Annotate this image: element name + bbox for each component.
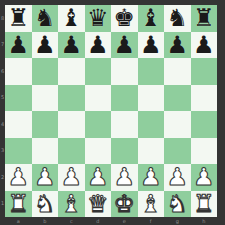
square-b5[interactable] bbox=[32, 85, 59, 112]
piece-white-queen[interactable]: ♛ bbox=[87, 191, 109, 218]
square-f2[interactable]: ♟ bbox=[138, 164, 165, 191]
piece-black-pawn[interactable]: ♟ bbox=[113, 32, 135, 59]
file-label-c: c bbox=[58, 217, 85, 225]
square-b7[interactable]: ♟ bbox=[32, 32, 59, 59]
square-a1[interactable]: ♜ bbox=[5, 191, 32, 218]
chess-board: ♜♞♝♛♚♝♞♜♟♟♟♟♟♟♟♟♟♟♟♟♟♟♟♟♜♞♝♛♚♝♞♜ bbox=[5, 5, 217, 217]
square-c6[interactable] bbox=[58, 58, 85, 85]
file-label-e: e bbox=[111, 217, 138, 225]
square-f1[interactable]: ♝ bbox=[138, 191, 165, 218]
square-b6[interactable] bbox=[32, 58, 59, 85]
square-c2[interactable]: ♟ bbox=[58, 164, 85, 191]
square-e1[interactable]: ♚ bbox=[111, 191, 138, 218]
square-e2[interactable]: ♟ bbox=[111, 164, 138, 191]
square-h4[interactable] bbox=[191, 111, 218, 138]
piece-black-queen[interactable]: ♛ bbox=[87, 5, 109, 32]
square-g3[interactable] bbox=[164, 138, 191, 165]
square-d1[interactable]: ♛ bbox=[85, 191, 112, 218]
file-label-a: a bbox=[5, 217, 32, 225]
square-d6[interactable] bbox=[85, 58, 112, 85]
square-d3[interactable] bbox=[85, 138, 112, 165]
square-c5[interactable] bbox=[58, 85, 85, 112]
square-e5[interactable] bbox=[111, 85, 138, 112]
piece-white-pawn[interactable]: ♟ bbox=[166, 164, 188, 191]
square-d4[interactable] bbox=[85, 111, 112, 138]
piece-white-pawn[interactable]: ♟ bbox=[87, 164, 109, 191]
piece-white-rook[interactable]: ♜ bbox=[7, 191, 29, 218]
piece-black-bishop[interactable]: ♝ bbox=[140, 5, 162, 32]
piece-white-pawn[interactable]: ♟ bbox=[34, 164, 56, 191]
piece-black-pawn[interactable]: ♟ bbox=[193, 32, 215, 59]
square-d2[interactable]: ♟ bbox=[85, 164, 112, 191]
piece-black-pawn[interactable]: ♟ bbox=[60, 32, 82, 59]
square-h8[interactable]: ♜ bbox=[191, 5, 218, 32]
piece-black-pawn[interactable]: ♟ bbox=[7, 32, 29, 59]
square-c4[interactable] bbox=[58, 111, 85, 138]
square-f4[interactable] bbox=[138, 111, 165, 138]
rank-label-7: 7 bbox=[0, 32, 5, 59]
piece-white-pawn[interactable]: ♟ bbox=[60, 164, 82, 191]
file-label-g: g bbox=[164, 217, 191, 225]
square-h1[interactable]: ♜ bbox=[191, 191, 218, 218]
piece-white-knight[interactable]: ♞ bbox=[166, 191, 188, 218]
square-d5[interactable] bbox=[85, 85, 112, 112]
rank-label-4: 4 bbox=[0, 111, 5, 138]
file-labels: abcdefgh bbox=[5, 217, 217, 225]
rank-labels: 87654321 bbox=[0, 5, 5, 217]
square-a8[interactable]: ♜ bbox=[5, 5, 32, 32]
square-g4[interactable] bbox=[164, 111, 191, 138]
square-b4[interactable] bbox=[32, 111, 59, 138]
square-c1[interactable]: ♝ bbox=[58, 191, 85, 218]
square-f3[interactable] bbox=[138, 138, 165, 165]
square-g8[interactable]: ♞ bbox=[164, 5, 191, 32]
piece-white-bishop[interactable]: ♝ bbox=[140, 191, 162, 218]
square-c8[interactable]: ♝ bbox=[58, 5, 85, 32]
piece-black-pawn[interactable]: ♟ bbox=[166, 32, 188, 59]
square-g1[interactable]: ♞ bbox=[164, 191, 191, 218]
square-a7[interactable]: ♟ bbox=[5, 32, 32, 59]
rank-label-3: 3 bbox=[0, 138, 5, 165]
file-label-f: f bbox=[138, 217, 165, 225]
square-e8[interactable]: ♚ bbox=[111, 5, 138, 32]
piece-black-knight[interactable]: ♞ bbox=[34, 5, 56, 32]
square-g2[interactable]: ♟ bbox=[164, 164, 191, 191]
piece-black-pawn[interactable]: ♟ bbox=[140, 32, 162, 59]
square-g7[interactable]: ♟ bbox=[164, 32, 191, 59]
piece-white-king[interactable]: ♚ bbox=[113, 191, 135, 218]
piece-black-pawn[interactable]: ♟ bbox=[34, 32, 56, 59]
square-h3[interactable] bbox=[191, 138, 218, 165]
square-a6[interactable] bbox=[5, 58, 32, 85]
square-a4[interactable] bbox=[5, 111, 32, 138]
square-e4[interactable] bbox=[111, 111, 138, 138]
file-label-d: d bbox=[85, 217, 112, 225]
square-e3[interactable] bbox=[111, 138, 138, 165]
piece-white-rook[interactable]: ♜ bbox=[193, 191, 215, 218]
file-label-b: b bbox=[32, 217, 59, 225]
square-h5[interactable] bbox=[191, 85, 218, 112]
square-g5[interactable] bbox=[164, 85, 191, 112]
rank-label-1: 1 bbox=[0, 191, 5, 218]
square-a2[interactable]: ♟ bbox=[5, 164, 32, 191]
square-h2[interactable]: ♟ bbox=[191, 164, 218, 191]
square-b1[interactable]: ♞ bbox=[32, 191, 59, 218]
square-b3[interactable] bbox=[32, 138, 59, 165]
square-f5[interactable] bbox=[138, 85, 165, 112]
piece-black-king[interactable]: ♚ bbox=[113, 5, 135, 32]
piece-black-rook[interactable]: ♜ bbox=[7, 5, 29, 32]
square-e6[interactable] bbox=[111, 58, 138, 85]
square-f6[interactable] bbox=[138, 58, 165, 85]
square-b8[interactable]: ♞ bbox=[32, 5, 59, 32]
square-d8[interactable]: ♛ bbox=[85, 5, 112, 32]
rank-label-6: 6 bbox=[0, 58, 5, 85]
rank-label-5: 5 bbox=[0, 85, 5, 112]
square-a3[interactable] bbox=[5, 138, 32, 165]
piece-white-pawn[interactable]: ♟ bbox=[7, 164, 29, 191]
piece-white-pawn[interactable]: ♟ bbox=[193, 164, 215, 191]
rank-label-2: 2 bbox=[0, 164, 5, 191]
square-h6[interactable] bbox=[191, 58, 218, 85]
piece-black-rook[interactable]: ♜ bbox=[193, 5, 215, 32]
piece-white-pawn[interactable]: ♟ bbox=[140, 164, 162, 191]
square-a5[interactable] bbox=[5, 85, 32, 112]
square-f7[interactable]: ♟ bbox=[138, 32, 165, 59]
square-d7[interactable]: ♟ bbox=[85, 32, 112, 59]
chess-board-frame: ♜♞♝♛♚♝♞♜♟♟♟♟♟♟♟♟♟♟♟♟♟♟♟♟♜♞♝♛♚♝♞♜ 8765432… bbox=[0, 0, 225, 225]
piece-white-bishop[interactable]: ♝ bbox=[60, 191, 82, 218]
square-g6[interactable] bbox=[164, 58, 191, 85]
square-b2[interactable]: ♟ bbox=[32, 164, 59, 191]
square-h7[interactable]: ♟ bbox=[191, 32, 218, 59]
piece-black-pawn[interactable]: ♟ bbox=[87, 32, 109, 59]
rank-label-8: 8 bbox=[0, 5, 5, 32]
file-label-h: h bbox=[191, 217, 218, 225]
square-c7[interactable]: ♟ bbox=[58, 32, 85, 59]
square-c3[interactable] bbox=[58, 138, 85, 165]
square-e7[interactable]: ♟ bbox=[111, 32, 138, 59]
square-f8[interactable]: ♝ bbox=[138, 5, 165, 32]
piece-black-bishop[interactable]: ♝ bbox=[60, 5, 82, 32]
piece-white-knight[interactable]: ♞ bbox=[34, 191, 56, 218]
piece-white-pawn[interactable]: ♟ bbox=[113, 164, 135, 191]
piece-black-knight[interactable]: ♞ bbox=[166, 5, 188, 32]
